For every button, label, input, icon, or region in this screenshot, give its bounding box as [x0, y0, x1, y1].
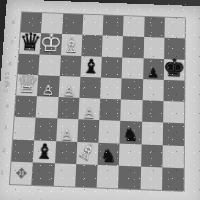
square-h4 — [163, 101, 184, 124]
square-b6 — [39, 54, 61, 76]
square-c7: ♗ — [60, 34, 82, 55]
square-h5 — [163, 80, 184, 102]
square-a5: ♕ — [16, 74, 38, 96]
square-b3 — [34, 118, 57, 141]
square-a8 — [21, 12, 43, 33]
file-label-c: c — [62, 199, 65, 200]
file-label-a: a — [18, 197, 22, 200]
square-g4 — [142, 100, 164, 122]
square-g2 — [141, 144, 163, 167]
square-g7 — [143, 37, 164, 58]
square-e3 — [98, 120, 120, 143]
square-d2: ♗ — [76, 141, 98, 164]
piece-bB-b2: ♝ — [34, 141, 54, 163]
piece-wP-c5: ♙ — [62, 84, 75, 98]
piece-wB-c7: ♗ — [62, 35, 81, 55]
photo-background: CHESS 87654321 abcdefgh ♛♔♗♝♟♚♕♙♙♙♙♞♝♗♞✥ — [0, 0, 200, 200]
piece-bK-h6: ♚ — [163, 55, 186, 80]
square-a7: ♛ — [19, 33, 41, 54]
square-b4 — [36, 96, 58, 118]
piece-bP-g6: ♟ — [147, 66, 160, 80]
square-h6: ♚ — [164, 59, 185, 81]
square-f4 — [120, 99, 142, 121]
square-c3: ♙ — [56, 119, 78, 142]
square-e4 — [99, 99, 121, 121]
square-e8 — [103, 15, 124, 36]
square-b5: ♙ — [37, 75, 59, 97]
square-c1 — [53, 163, 76, 187]
rank-label-7: 7 — [10, 40, 13, 46]
square-c8 — [62, 14, 83, 35]
square-c4 — [57, 97, 79, 119]
rank-label-1: 1 — [0, 169, 4, 175]
square-d6: ♝ — [80, 56, 102, 78]
square-f1 — [118, 166, 140, 190]
piece-bB-d6: ♝ — [81, 57, 100, 77]
piece-wP-c3: ♙ — [60, 127, 73, 141]
square-g3 — [141, 122, 163, 145]
rank-label-8: 8 — [12, 19, 15, 25]
square-d5 — [79, 77, 101, 99]
square-d1 — [75, 164, 98, 188]
square-h1 — [162, 167, 184, 191]
square-a4 — [15, 95, 37, 117]
piece-bN-e2: ♞ — [100, 147, 117, 166]
square-a3 — [13, 117, 36, 140]
square-d4: ♙ — [78, 98, 100, 120]
square-e1 — [97, 165, 119, 189]
square-f6 — [122, 57, 143, 79]
rank-label-5: 5 — [7, 82, 11, 88]
square-e5 — [100, 77, 122, 99]
square-h2 — [162, 145, 184, 168]
square-a2 — [12, 139, 35, 162]
square-h7 — [164, 38, 185, 59]
square-h3 — [163, 123, 185, 146]
square-e7 — [102, 36, 123, 57]
square-b7: ♔ — [40, 33, 62, 54]
square-f8 — [123, 16, 144, 37]
rank-label-6: 6 — [8, 61, 12, 67]
rank-label-4: 4 — [5, 103, 9, 109]
piece-bQ-a7: ♛ — [18, 29, 42, 54]
piece-wP-b5: ♙ — [41, 83, 54, 97]
rank-label-2: 2 — [2, 147, 6, 153]
square-b8 — [41, 13, 63, 34]
square-c6 — [59, 55, 81, 77]
rank-label-3: 3 — [4, 125, 8, 131]
square-g1 — [140, 166, 162, 190]
chess-board: ♛♔♗♝♟♚♕♙♙♙♙♞♝♗♞✥ — [10, 12, 185, 190]
square-f5 — [121, 78, 143, 100]
square-g5 — [142, 79, 163, 101]
file-labels: abcdefgh — [9, 195, 184, 200]
file-label-b: b — [40, 198, 44, 200]
piece-wK-b7: ♔ — [39, 30, 63, 55]
piece-bN-f3: ♞ — [122, 125, 139, 143]
file-label-d: d — [84, 199, 88, 200]
square-a1: ✥ — [10, 161, 33, 185]
square-g8 — [144, 17, 165, 38]
square-d3 — [77, 119, 99, 142]
square-f3: ♞ — [120, 121, 142, 144]
square-h8 — [164, 18, 185, 39]
chess-board-frame: CHESS 87654321 abcdefgh ♛♔♗♝♟♚♕♙♙♙♙♞♝♗♞✥ — [0, 0, 200, 200]
square-c2 — [55, 141, 78, 164]
piece-wP-d4: ♙ — [82, 106, 95, 120]
square-f7 — [123, 36, 144, 57]
square-e2: ♞ — [98, 142, 120, 165]
piece-wQ-a5: ♕ — [15, 71, 40, 97]
square-c5: ♙ — [58, 76, 80, 98]
square-f2 — [119, 143, 141, 166]
square-e6 — [101, 56, 123, 78]
square-a6 — [18, 53, 40, 75]
square-d8 — [82, 15, 103, 36]
square-d7 — [81, 35, 102, 56]
corner-ornament-icon: ✥ — [15, 165, 28, 182]
square-g6: ♟ — [143, 58, 164, 80]
square-b2: ♝ — [33, 140, 56, 163]
square-b1 — [32, 162, 55, 186]
